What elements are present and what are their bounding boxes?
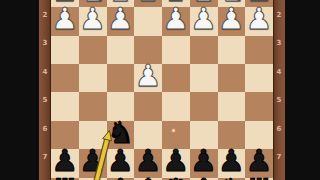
square-g3[interactable] [79, 36, 107, 64]
square-g2[interactable]: ♟ [79, 7, 107, 35]
square-d5[interactable] [162, 92, 190, 120]
square-f4[interactable] [107, 64, 135, 92]
rank-label-left-4: 4 [39, 68, 51, 76]
white-pawn-e4[interactable]: ♟ [134, 62, 162, 90]
white-pawn-a2[interactable]: ♟ [245, 5, 273, 33]
rank-label-right-3: 3 [273, 39, 285, 47]
square-d4[interactable] [162, 64, 190, 92]
square-h3[interactable] [51, 36, 79, 64]
white-pawn-g2[interactable]: ♟ [79, 5, 107, 33]
white-pawn-f2[interactable]: ♟ [107, 5, 135, 33]
white-pawn-h2[interactable]: ♟ [51, 5, 79, 33]
square-b8[interactable]: ♞ [218, 178, 246, 180]
square-e1[interactable]: ♚ [134, 0, 162, 7]
square-e5[interactable] [134, 92, 162, 120]
chess-board-view: ♜♞♝♚♛♝♞♜♟♟♟♟♟♟♟♟♞♟♟♟♟♟♟♟♟♜♝♚♛♝♞♜ 1122334… [0, 0, 320, 180]
square-d8[interactable]: ♛ [162, 178, 190, 180]
square-c2[interactable]: ♟ [190, 7, 218, 35]
rank-label-right-6: 6 [273, 125, 285, 133]
square-f3[interactable] [107, 36, 135, 64]
square-c8[interactable]: ♝ [190, 178, 218, 180]
rank-label-right-4: 4 [273, 68, 285, 76]
black-rook-h8[interactable]: ♜ [51, 175, 79, 180]
rank-label-right-2: 2 [273, 11, 285, 19]
square-g4[interactable] [79, 64, 107, 92]
rank-label-left-5: 5 [39, 96, 51, 104]
square-b5[interactable] [218, 92, 246, 120]
square-e2[interactable] [134, 7, 162, 35]
highlight-dot [172, 129, 175, 132]
white-pawn-b2[interactable]: ♟ [218, 5, 246, 33]
square-c4[interactable] [190, 64, 218, 92]
square-a8[interactable]: ♜ [245, 178, 273, 180]
square-b2[interactable]: ♟ [218, 7, 246, 35]
white-pawn-c2[interactable]: ♟ [190, 5, 218, 33]
black-rook-a8[interactable]: ♜ [245, 175, 273, 180]
square-g5[interactable] [79, 92, 107, 120]
white-king-e1[interactable]: ♚ [134, 0, 162, 5]
rank-label-left-3: 3 [39, 39, 51, 47]
black-pawn-g7[interactable]: ♟ [79, 147, 107, 175]
black-king-e8[interactable]: ♚ [134, 175, 162, 180]
black-queen-d8[interactable]: ♛ [162, 175, 190, 180]
square-a2[interactable]: ♟ [245, 7, 273, 35]
black-bishop-c8[interactable]: ♝ [190, 175, 218, 180]
square-e4[interactable]: ♟ [134, 64, 162, 92]
square-c5[interactable] [190, 92, 218, 120]
square-a3[interactable] [245, 36, 273, 64]
square-b3[interactable] [218, 36, 246, 64]
rank-label-left-2: 2 [39, 11, 51, 19]
black-knight-b8[interactable]: ♞ [218, 175, 246, 180]
black-bishop-f8[interactable]: ♝ [107, 175, 135, 180]
rank-label-right-5: 5 [273, 96, 285, 104]
square-f2[interactable]: ♟ [107, 7, 135, 35]
square-d2[interactable]: ♟ [162, 7, 190, 35]
board-grid: ♜♞♝♚♛♝♞♜♟♟♟♟♟♟♟♟♞♟♟♟♟♟♟♟♟♜♝♚♛♝♞♜ [51, 0, 273, 180]
square-h5[interactable] [51, 92, 79, 120]
square-c3[interactable] [190, 36, 218, 64]
square-h2[interactable]: ♟ [51, 7, 79, 35]
square-f8[interactable]: ♝ [107, 178, 135, 180]
white-pawn-d2[interactable]: ♟ [162, 5, 190, 33]
square-b4[interactable] [218, 64, 246, 92]
square-e8[interactable]: ♚ [134, 178, 162, 180]
square-d3[interactable] [162, 36, 190, 64]
rank-label-left-6: 6 [39, 125, 51, 133]
square-h8[interactable]: ♜ [51, 178, 79, 180]
rank-label-right-7: 7 [273, 153, 285, 161]
square-h4[interactable] [51, 64, 79, 92]
square-a4[interactable] [245, 64, 273, 92]
square-g7[interactable]: ♟ [79, 149, 107, 177]
rank-label-left-7: 7 [39, 153, 51, 161]
square-g8[interactable] [79, 178, 107, 180]
square-a5[interactable] [245, 92, 273, 120]
